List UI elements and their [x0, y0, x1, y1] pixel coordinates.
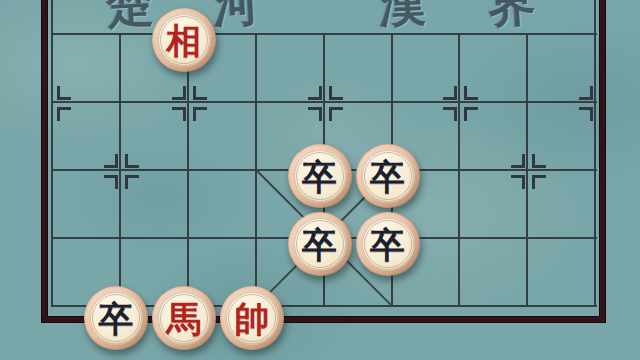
point-marker [464, 107, 478, 121]
piece-face: 卒 [361, 149, 415, 203]
point-marker [511, 175, 525, 189]
piece-character: 卒 [302, 227, 337, 262]
point-marker [193, 86, 207, 100]
point-marker [532, 175, 546, 189]
point-marker [172, 107, 186, 121]
point-marker [511, 154, 525, 168]
piece-face: 卒 [293, 149, 347, 203]
piece-face: 卒 [293, 217, 347, 271]
point-marker [579, 107, 593, 121]
point-marker [579, 86, 593, 100]
piece-character: 卒 [370, 227, 405, 262]
grid-line [51, 0, 53, 307]
river-label: 漢 [377, 0, 427, 38]
grid-line [52, 101, 597, 103]
xiangqi-board: 楚河漢界 相卒卒卒卒卒馬帥 [0, 0, 640, 360]
piece-black-pawn[interactable]: 卒 [288, 144, 352, 208]
piece-face: 帥 [225, 291, 279, 345]
point-marker [172, 86, 186, 100]
piece-red-horse[interactable]: 馬 [152, 286, 216, 350]
grid-line [187, 34, 189, 307]
piece-black-pawn[interactable]: 卒 [288, 212, 352, 276]
point-marker [104, 175, 118, 189]
piece-character: 卒 [370, 159, 405, 194]
point-marker [308, 86, 322, 100]
piece-black-pawn[interactable]: 卒 [356, 212, 420, 276]
point-marker [532, 154, 546, 168]
piece-red-general[interactable]: 帥 [220, 286, 284, 350]
point-marker [125, 154, 139, 168]
piece-face: 馬 [157, 291, 211, 345]
river-label: 楚 [105, 0, 155, 38]
point-marker [104, 154, 118, 168]
piece-character: 帥 [234, 301, 269, 336]
piece-character: 卒 [98, 301, 133, 336]
piece-black-pawn[interactable]: 卒 [84, 286, 148, 350]
river-label: 界 [487, 0, 537, 38]
point-marker [329, 107, 343, 121]
grid-line [119, 34, 121, 307]
piece-character: 卒 [302, 159, 337, 194]
point-marker [57, 86, 71, 100]
piece-black-pawn[interactable]: 卒 [356, 144, 420, 208]
point-marker [308, 107, 322, 121]
piece-face: 卒 [89, 291, 143, 345]
point-marker [443, 86, 457, 100]
grid-line [458, 34, 460, 307]
piece-character: 馬 [166, 301, 201, 336]
piece-face: 卒 [361, 217, 415, 271]
point-marker [443, 107, 457, 121]
point-marker [464, 86, 478, 100]
point-marker [125, 175, 139, 189]
river-label: 河 [211, 0, 261, 38]
grid-line [526, 34, 528, 307]
point-marker [57, 107, 71, 121]
point-marker [329, 86, 343, 100]
piece-face: 相 [157, 13, 211, 67]
piece-character: 相 [166, 23, 201, 58]
piece-red-elephant[interactable]: 相 [152, 8, 216, 72]
grid-line [594, 0, 596, 307]
point-marker [193, 107, 207, 121]
